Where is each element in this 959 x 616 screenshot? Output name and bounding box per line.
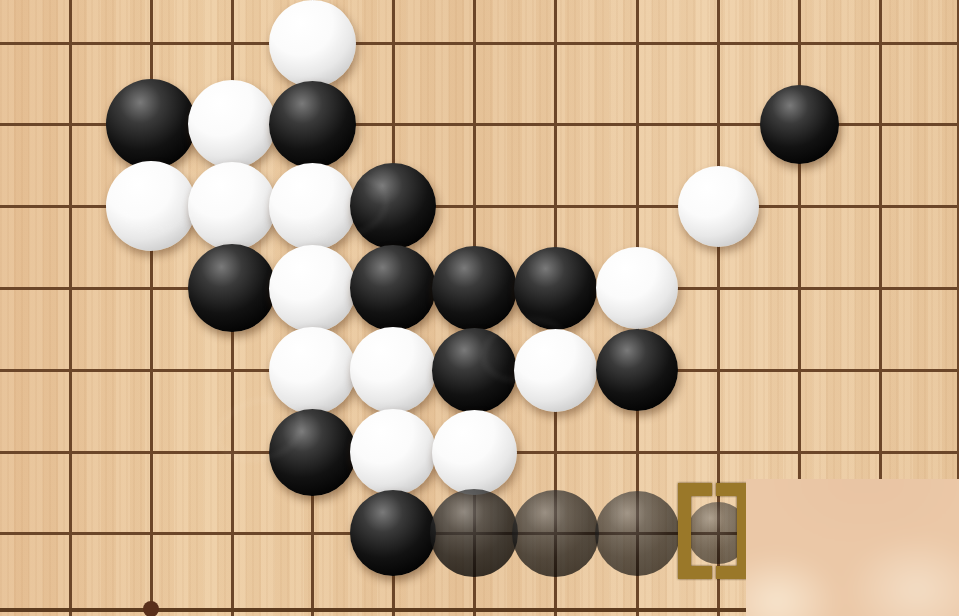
stone-black <box>512 490 599 577</box>
stone-white <box>269 245 356 332</box>
stone-white <box>350 327 436 413</box>
stone-white <box>188 80 276 168</box>
stone-black <box>430 489 518 577</box>
stone-white <box>350 409 436 495</box>
grid-vline <box>69 0 72 616</box>
stone-white <box>269 0 356 87</box>
cursor-left-bracket <box>678 483 712 579</box>
stone-black <box>432 246 517 331</box>
stone-black <box>350 245 436 331</box>
stone-black <box>596 329 678 411</box>
stone-white <box>432 410 517 495</box>
stone-black <box>350 490 436 576</box>
stone-white <box>596 247 678 329</box>
blurred-overlay-texture <box>746 479 959 616</box>
stone-black <box>106 79 196 169</box>
gomoku-board[interactable] <box>0 0 959 616</box>
stone-black <box>269 81 356 168</box>
stone-black <box>188 244 276 332</box>
cursor-right-bracket <box>716 483 750 579</box>
stone-black <box>760 85 839 164</box>
star-point <box>143 601 159 616</box>
stone-black <box>595 491 680 576</box>
grid-hline <box>0 42 959 45</box>
last-move-cursor <box>678 483 750 579</box>
stone-white <box>678 166 759 247</box>
blurred-overlay <box>746 479 959 616</box>
